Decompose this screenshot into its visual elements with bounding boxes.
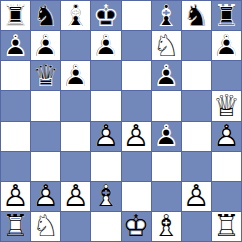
piece-fill-glyph: ♞ [182,1,211,30]
square-d6[interactable] [91,61,120,90]
square-g6[interactable] [182,61,211,90]
white-pawn-icon[interactable]: ♟♙ [31,182,60,211]
piece-outline-glyph: ♔ [122,212,151,241]
piece-outline-glyph: ♙ [91,122,120,151]
white-pawn-icon[interactable]: ♟♙ [182,182,211,211]
piece-fill-glyph: ♟ [122,122,151,151]
chess-board: ♜♖♞♘♝♗♚♔♝♗♞♘♜♖♟♙♟♙♟♙♞♘♟♙♛♕♟♙♟♙♛♕♟♙♟♙♟♙♟♙… [0,0,242,242]
piece-outline-glyph: ♕ [212,91,241,120]
square-a7[interactable]: ♟♙ [1,31,30,60]
square-f2[interactable] [152,182,181,211]
square-g8[interactable]: ♞♘ [182,1,211,30]
black-knight-icon[interactable]: ♞♘ [182,1,211,30]
white-pawn-icon[interactable]: ♟♙ [91,122,120,151]
square-c6[interactable]: ♟♙ [61,61,90,90]
square-b2[interactable]: ♟♙ [31,182,60,211]
piece-fill-glyph: ♜ [1,212,30,241]
square-d4[interactable]: ♟♙ [91,122,120,151]
square-d8[interactable]: ♚♔ [91,1,120,30]
square-d5[interactable] [91,91,120,120]
piece-fill-glyph: ♟ [182,182,211,211]
piece-outline-glyph: ♙ [212,31,241,60]
piece-outline-glyph: ♘ [31,1,60,30]
square-h2[interactable] [212,182,241,211]
piece-fill-glyph: ♝ [91,182,120,211]
piece-fill-glyph: ♞ [31,1,60,30]
piece-fill-glyph: ♟ [1,182,30,211]
white-rook-icon[interactable]: ♜♖ [1,212,30,241]
piece-outline-glyph: ♖ [1,1,30,30]
square-g2[interactable]: ♟♙ [182,182,211,211]
square-a5[interactable] [1,91,30,120]
square-c3[interactable] [61,152,90,181]
piece-fill-glyph: ♜ [212,212,241,241]
piece-outline-glyph: ♙ [91,31,120,60]
white-pawn-icon[interactable]: ♟♙ [122,122,151,151]
white-pawn-icon[interactable]: ♟♙ [61,182,90,211]
white-pawn-icon[interactable]: ♟♙ [212,122,241,151]
white-rook-icon[interactable]: ♜♖ [212,212,241,241]
square-g5[interactable] [182,91,211,120]
white-knight-icon[interactable]: ♞♘ [152,31,181,60]
square-a8[interactable]: ♜♖ [1,1,30,30]
square-g1[interactable] [182,212,211,241]
square-h6[interactable] [212,61,241,90]
piece-outline-glyph: ♙ [212,122,241,151]
square-h8[interactable]: ♜♖ [212,1,241,30]
piece-fill-glyph: ♟ [61,182,90,211]
square-c2[interactable]: ♟♙ [61,182,90,211]
square-e4[interactable]: ♟♙ [122,122,151,151]
square-c5[interactable] [61,91,90,120]
piece-outline-glyph: ♘ [182,1,211,30]
square-g7[interactable] [182,31,211,60]
piece-outline-glyph: ♖ [1,212,30,241]
black-queen-icon[interactable]: ♛♕ [31,61,60,90]
piece-fill-glyph: ♟ [152,61,181,90]
piece-outline-glyph: ♘ [152,31,181,60]
piece-outline-glyph: ♖ [212,1,241,30]
piece-outline-glyph: ♖ [212,212,241,241]
square-e7[interactable] [122,31,151,60]
square-d3[interactable] [91,152,120,181]
piece-outline-glyph: ♗ [91,182,120,211]
square-d2[interactable]: ♝♗ [91,182,120,211]
piece-fill-glyph: ♚ [122,212,151,241]
piece-outline-glyph: ♔ [91,1,120,30]
black-bishop-icon[interactable]: ♝♗ [152,1,181,30]
piece-fill-glyph: ♟ [212,31,241,60]
black-rook-icon[interactable]: ♜♖ [1,1,30,30]
piece-fill-glyph: ♟ [212,122,241,151]
piece-fill-glyph: ♟ [91,122,120,151]
black-knight-icon[interactable]: ♞♘ [31,1,60,30]
square-f1[interactable]: ♝♗ [152,212,181,241]
black-pawn-icon[interactable]: ♟♙ [61,61,90,90]
square-g3[interactable] [182,152,211,181]
piece-outline-glyph: ♙ [61,61,90,90]
square-b8[interactable]: ♞♘ [31,1,60,30]
piece-fill-glyph: ♟ [1,31,30,60]
piece-outline-glyph: ♙ [61,182,90,211]
square-h3[interactable] [212,152,241,181]
piece-outline-glyph: ♘ [31,212,60,241]
white-knight-icon[interactable]: ♞♘ [31,212,60,241]
square-c7[interactable] [61,31,90,60]
white-bishop-icon[interactable]: ♝♗ [152,212,181,241]
square-b7[interactable]: ♟♙ [31,31,60,60]
piece-outline-glyph: ♙ [152,122,181,151]
piece-outline-glyph: ♙ [1,182,30,211]
piece-outline-glyph: ♙ [122,122,151,151]
black-pawn-icon[interactable]: ♟♙ [152,61,181,90]
square-a3[interactable] [1,152,30,181]
white-king-icon[interactable]: ♚♔ [122,212,151,241]
piece-fill-glyph: ♜ [1,1,30,30]
piece-fill-glyph: ♝ [152,1,181,30]
piece-fill-glyph: ♟ [31,31,60,60]
piece-fill-glyph: ♟ [31,182,60,211]
black-pawn-icon[interactable]: ♟♙ [91,31,120,60]
piece-outline-glyph: ♙ [152,61,181,90]
piece-fill-glyph: ♛ [212,91,241,120]
piece-outline-glyph: ♗ [152,212,181,241]
square-h1[interactable]: ♜♖ [212,212,241,241]
square-e1[interactable]: ♚♔ [122,212,151,241]
square-g4[interactable] [182,122,211,151]
piece-fill-glyph: ♟ [61,61,90,90]
square-e5[interactable] [122,91,151,120]
piece-fill-glyph: ♚ [91,1,120,30]
piece-fill-glyph: ♟ [91,31,120,60]
square-b1[interactable]: ♞♘ [31,212,60,241]
piece-outline-glyph: ♕ [31,61,60,90]
square-b4[interactable] [31,122,60,151]
piece-outline-glyph: ♗ [152,1,181,30]
piece-fill-glyph: ♟ [152,122,181,151]
white-bishop-icon[interactable]: ♝♗ [91,182,120,211]
black-pawn-icon[interactable]: ♟♙ [31,31,60,60]
piece-outline-glyph: ♙ [31,182,60,211]
piece-outline-glyph: ♙ [31,31,60,60]
piece-outline-glyph: ♙ [1,31,30,60]
white-queen-icon[interactable]: ♛♕ [212,91,241,120]
square-b3[interactable] [31,152,60,181]
black-pawn-icon[interactable]: ♟♙ [212,31,241,60]
square-e2[interactable] [122,182,151,211]
square-h7[interactable]: ♟♙ [212,31,241,60]
square-f7[interactable]: ♞♘ [152,31,181,60]
square-c1[interactable] [61,212,90,241]
square-h5[interactable]: ♛♕ [212,91,241,120]
square-f6[interactable]: ♟♙ [152,61,181,90]
square-a4[interactable] [1,122,30,151]
white-pawn-icon[interactable]: ♟♙ [1,182,30,211]
piece-fill-glyph: ♛ [31,61,60,90]
black-bishop-icon[interactable]: ♝♗ [61,1,90,30]
square-c4[interactable] [61,122,90,151]
square-d1[interactable] [91,212,120,241]
black-pawn-icon[interactable]: ♟♙ [1,31,30,60]
square-a6[interactable] [1,61,30,90]
piece-fill-glyph: ♞ [152,31,181,60]
piece-fill-glyph: ♞ [31,212,60,241]
square-e3[interactable] [122,152,151,181]
piece-fill-glyph: ♝ [61,1,90,30]
square-h4[interactable]: ♟♙ [212,122,241,151]
square-e8[interactable] [122,1,151,30]
piece-fill-glyph: ♜ [212,1,241,30]
square-f8[interactable]: ♝♗ [152,1,181,30]
piece-outline-glyph: ♗ [61,1,90,30]
square-c8[interactable]: ♝♗ [61,1,90,30]
square-a2[interactable]: ♟♙ [1,182,30,211]
square-f5[interactable] [152,91,181,120]
black-king-icon[interactable]: ♚♔ [91,1,120,30]
black-pawn-icon[interactable]: ♟♙ [152,122,181,151]
piece-fill-glyph: ♝ [152,212,181,241]
black-rook-icon[interactable]: ♜♖ [212,1,241,30]
square-a1[interactable]: ♜♖ [1,212,30,241]
square-e6[interactable] [122,61,151,90]
piece-outline-glyph: ♙ [182,182,211,211]
square-b5[interactable] [31,91,60,120]
square-b6[interactable]: ♛♕ [31,61,60,90]
square-f3[interactable] [152,152,181,181]
square-f4[interactable]: ♟♙ [152,122,181,151]
square-d7[interactable]: ♟♙ [91,31,120,60]
